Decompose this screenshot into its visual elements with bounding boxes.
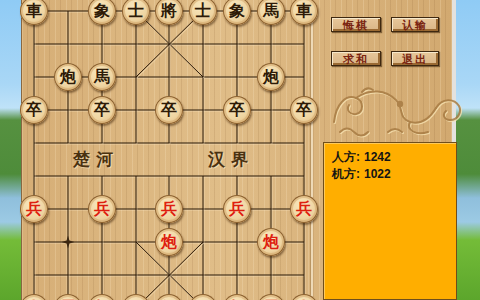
board-panel-divider [311, 0, 313, 300]
piece-black[interactable]: 炮 [257, 63, 285, 91]
undo-move-button[interactable]: 悔棋 [331, 17, 381, 32]
piece-black[interactable]: 卒 [20, 96, 48, 124]
human-score-label: 人方: [332, 150, 360, 164]
piece-red[interactable]: 兵 [155, 195, 183, 223]
piece-red[interactable]: 兵 [88, 195, 116, 223]
xiangqi-game-window: 楚河 汉界 車象士將士象馬車炮馬炮卒卒卒卒卒兵兵兵兵兵炮炮車馬相仕帥仕相馬車 悔… [21, 0, 456, 300]
exit-button[interactable]: 退出 [391, 51, 439, 66]
machine-score-value: 1022 [364, 167, 391, 181]
xiangqi-board[interactable]: 楚河 汉界 車象士將士象馬車炮馬炮卒卒卒卒卒兵兵兵兵兵炮炮車馬相仕帥仕相馬車 [22, 0, 318, 300]
score-panel: 人方:1242 机方:1022 [323, 142, 457, 300]
piece-black[interactable]: 馬 [88, 63, 116, 91]
piece-black[interactable]: 炮 [54, 63, 82, 91]
human-score: 人方:1242 [332, 149, 448, 166]
piece-black[interactable]: 卒 [290, 96, 318, 124]
piece-red[interactable]: 炮 [257, 228, 285, 256]
piece-red[interactable]: 炮 [155, 228, 183, 256]
desktop-background: 楚河 汉界 車象士將士象馬車炮馬炮卒卒卒卒卒兵兵兵兵兵炮炮車馬相仕帥仕相馬車 悔… [0, 0, 480, 300]
machine-score-label: 机方: [332, 167, 360, 181]
dragon-carving-decoration [326, 82, 464, 140]
machine-score: 机方:1022 [332, 166, 448, 183]
piece-black[interactable]: 卒 [88, 96, 116, 124]
river-label-han-jie: 汉界 [191, 148, 271, 171]
piece-red[interactable]: 兵 [223, 195, 251, 223]
river-label-chu-he: 楚河 [56, 148, 136, 171]
human-score-value: 1242 [364, 150, 391, 164]
piece-black[interactable]: 卒 [223, 96, 251, 124]
offer-draw-button[interactable]: 求和 [331, 51, 381, 66]
resign-button[interactable]: 认输 [391, 17, 439, 32]
piece-red[interactable]: 兵 [290, 195, 318, 223]
piece-red[interactable]: 兵 [20, 195, 48, 223]
piece-black[interactable]: 卒 [155, 96, 183, 124]
